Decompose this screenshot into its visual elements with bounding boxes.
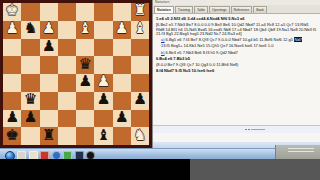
notation-line-5[interactable]: 6.Bc4 e6 7.Bb3 b5 xyxy=(156,57,317,62)
square-h2[interactable] xyxy=(131,110,149,128)
square-d1[interactable] xyxy=(58,127,76,145)
square-e4[interactable]: ♟ xyxy=(76,74,94,92)
white-bishop: ♝ xyxy=(133,21,146,36)
notation-line-4[interactable]: b)6.Be3 e5 7.Nb3 Be6 8.f3 h5 9.Qd2 Nbd7 xyxy=(161,51,317,56)
tab-openings[interactable]: Openings xyxy=(209,6,230,13)
chess-board-frame: ♚♜♟♞♟♝♟♝♟♛♟♟♛♟♟♟♟♟♚♜♝♞ xyxy=(0,0,152,148)
pane-splitter[interactable] xyxy=(153,125,320,133)
square-g6[interactable] xyxy=(113,39,131,57)
notation-line-3[interactable]: 13.f5 Bxg5+ 14.Kb1 Ne5 15.Qh5 Qe7 16.Nxe… xyxy=(161,44,317,49)
system-tray[interactable] xyxy=(275,145,320,160)
variation-marker[interactable]: a) xyxy=(161,37,165,42)
square-b5[interactable] xyxy=(21,56,39,74)
variation-marker[interactable]: b) xyxy=(161,50,165,55)
white-knight: ♞ xyxy=(133,128,146,143)
tab-training[interactable]: Training xyxy=(175,6,193,13)
notation-panel: Notation NotationTrainingTableOpeningsRe… xyxy=(152,0,320,148)
notation-line-0[interactable]: 1.e4 c5 2.Nf3 d6 3.d4 cxd4 4.Nxd4 Nf6 5.… xyxy=(156,17,317,22)
square-c4[interactable] xyxy=(40,74,58,92)
black-pawn: ♟ xyxy=(97,92,110,107)
black-pawn: ♟ xyxy=(115,110,128,125)
square-h8[interactable]: ♜ xyxy=(131,3,149,21)
black-knight: ♞ xyxy=(24,21,37,36)
square-e5[interactable]: ♛ xyxy=(76,56,94,74)
square-b3[interactable]: ♛ xyxy=(21,92,39,110)
screen: ♚♜♟♞♟♝♟♝♟♛♟♟♛♟♟♟♟♟♚♜♝♞ Notation Notation… xyxy=(0,0,320,180)
black-queen: ♛ xyxy=(78,57,91,72)
square-f2[interactable] xyxy=(94,110,112,128)
square-c2[interactable] xyxy=(40,110,58,128)
square-c8[interactable] xyxy=(40,3,58,21)
notation-line-2[interactable]: a)6.Bg5 e6 7.f4 Be7 8.Qf3 Qc7 9.0-0-0 Nb… xyxy=(161,38,317,43)
square-f6[interactable] xyxy=(94,39,112,57)
tray-date xyxy=(288,151,314,152)
square-d6[interactable] xyxy=(58,39,76,57)
white-pawn: ♟ xyxy=(97,74,110,89)
square-c6[interactable]: ♟ xyxy=(40,39,58,57)
tray-clock xyxy=(288,148,314,149)
chess-board: ♚♜♟♞♟♝♟♝♟♛♟♟♛♟♟♟♟♟♚♜♝♞ xyxy=(3,3,149,145)
white-king: ♚ xyxy=(5,3,18,18)
square-d3[interactable] xyxy=(58,92,76,110)
square-b7[interactable]: ♞ xyxy=(21,21,39,39)
square-f8[interactable] xyxy=(94,3,112,21)
square-a1[interactable]: ♚ xyxy=(3,127,21,145)
desktop-black-area xyxy=(0,159,190,180)
tab-table[interactable]: Table xyxy=(194,6,208,13)
square-g5[interactable] xyxy=(113,56,131,74)
square-h1[interactable]: ♞ xyxy=(131,127,149,145)
notation-text: 1.e4 c5 2.Nf3 d6 3.d4 cxd4 4.Nxd4 Nf6 5.… xyxy=(153,14,320,73)
notation-line-7[interactable]: 8.f4 Nbd7 9.f5 Nc5 10.fxe6 fxe6 xyxy=(156,69,317,74)
square-h4[interactable] xyxy=(131,74,149,92)
square-e8[interactable] xyxy=(76,3,94,21)
square-e7[interactable]: ♝ xyxy=(76,21,94,39)
square-g1[interactable] xyxy=(113,127,131,145)
desktop-gray-area xyxy=(190,159,320,180)
square-g3[interactable] xyxy=(113,92,131,110)
square-b2[interactable]: ♟ xyxy=(21,110,39,128)
selected-move[interactable]: Nd7 xyxy=(294,37,302,42)
white-pawn: ♟ xyxy=(5,21,18,36)
square-h7[interactable]: ♝ xyxy=(131,21,149,39)
square-f3[interactable]: ♟ xyxy=(94,92,112,110)
black-king: ♚ xyxy=(5,128,18,143)
square-d2[interactable] xyxy=(58,110,76,128)
square-h5[interactable] xyxy=(131,56,149,74)
square-c7[interactable]: ♟ xyxy=(40,21,58,39)
square-h6[interactable] xyxy=(131,39,149,57)
white-bishop: ♝ xyxy=(78,21,91,36)
black-queen: ♛ xyxy=(24,92,37,107)
black-pawn: ♟ xyxy=(78,74,91,89)
square-g7[interactable]: ♟ xyxy=(113,21,131,39)
square-e6[interactable] xyxy=(76,39,94,57)
square-e3[interactable] xyxy=(76,92,94,110)
white-pawn: ♟ xyxy=(115,21,128,36)
square-f4[interactable]: ♟ xyxy=(94,74,112,92)
square-f1[interactable]: ♝ xyxy=(94,127,112,145)
tab-reference[interactable]: Reference xyxy=(231,6,253,13)
splitter-handle-icon[interactable] xyxy=(245,129,271,131)
square-b6[interactable] xyxy=(21,39,39,57)
black-rook: ♜ xyxy=(42,128,55,143)
tab-notation[interactable]: Notation xyxy=(154,6,174,13)
square-d7[interactable] xyxy=(58,21,76,39)
tab-book[interactable]: Book xyxy=(253,6,267,13)
square-a7[interactable]: ♟ xyxy=(3,21,21,39)
square-b1[interactable] xyxy=(21,127,39,145)
square-g2[interactable]: ♟ xyxy=(113,110,131,128)
square-f7[interactable] xyxy=(94,21,112,39)
white-pawn: ♟ xyxy=(42,21,55,36)
square-a2[interactable]: ♟ xyxy=(3,110,21,128)
square-c1[interactable]: ♜ xyxy=(40,127,58,145)
square-c5[interactable] xyxy=(40,56,58,74)
white-rook: ♜ xyxy=(133,3,146,18)
square-g4[interactable] xyxy=(113,74,131,92)
square-b8[interactable] xyxy=(21,3,39,21)
square-a6[interactable] xyxy=(3,39,21,57)
black-pawn: ♟ xyxy=(5,110,18,125)
square-a8[interactable]: ♚ xyxy=(3,3,21,21)
black-bishop: ♝ xyxy=(97,128,110,143)
square-d5[interactable] xyxy=(58,56,76,74)
square-a3[interactable] xyxy=(3,92,21,110)
square-e2[interactable] xyxy=(76,110,94,128)
square-g8[interactable] xyxy=(113,3,131,21)
notation-line-1[interactable]: [6.Be2 e5 7.Nb3 Be7 8.0-0 0-0 9.Be3 Be6 … xyxy=(156,23,317,37)
black-pawn: ♟ xyxy=(133,92,146,107)
black-pawn: ♟ xyxy=(24,110,37,125)
black-pawn: ♟ xyxy=(42,39,55,54)
square-a4[interactable] xyxy=(3,74,21,92)
panel-tabs: NotationTrainingTableOpeningsReferenceBo… xyxy=(153,5,320,14)
square-c3[interactable] xyxy=(40,92,58,110)
square-h3[interactable]: ♟ xyxy=(131,92,149,110)
square-f5[interactable] xyxy=(94,56,112,74)
notation-line-6[interactable]: (8.0-0 Be7 9.Qf3 Qc7 10.Qg3 0-0 11.Bh6 N… xyxy=(156,63,317,68)
square-e1[interactable] xyxy=(76,127,94,145)
square-d8[interactable] xyxy=(58,3,76,21)
square-b4[interactable] xyxy=(21,74,39,92)
square-d4[interactable] xyxy=(58,74,76,92)
square-a5[interactable] xyxy=(3,56,21,74)
